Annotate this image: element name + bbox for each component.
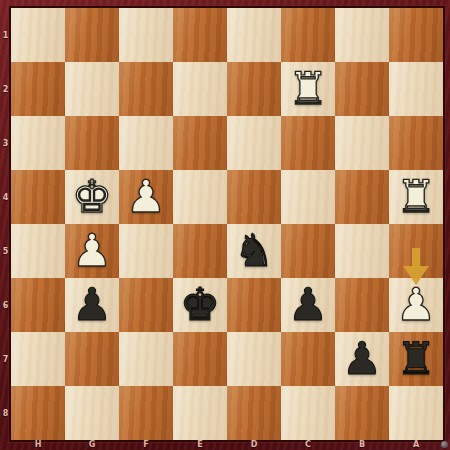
square-f1[interactable] xyxy=(119,8,173,62)
rank-label-6: 6 xyxy=(0,278,11,332)
black-pawn[interactable]: ♟ xyxy=(335,332,389,386)
square-f7[interactable] xyxy=(119,332,173,386)
rank-label-4: 4 xyxy=(0,170,11,224)
square-e6[interactable]: ♚ xyxy=(173,278,227,332)
square-g6[interactable]: ♟ xyxy=(65,278,119,332)
square-d7[interactable] xyxy=(227,332,281,386)
black-pawn[interactable]: ♟ xyxy=(65,278,119,332)
square-b6[interactable] xyxy=(335,278,389,332)
chess-board-frame: ♜♚♟♜♟♞♟♚♟♟♟♜ 12345678 HGFEDCBA xyxy=(0,0,450,450)
square-c4[interactable] xyxy=(281,170,335,224)
white-pawn[interactable]: ♟ xyxy=(389,278,443,332)
square-a4[interactable]: ♜ xyxy=(389,170,443,224)
chess-board: ♜♚♟♜♟♞♟♚♟♟♟♜ xyxy=(11,8,443,440)
square-a8[interactable] xyxy=(389,386,443,440)
square-f8[interactable] xyxy=(119,386,173,440)
file-label-h: H xyxy=(11,439,65,450)
square-h5[interactable] xyxy=(11,224,65,278)
square-g7[interactable] xyxy=(65,332,119,386)
square-b8[interactable] xyxy=(335,386,389,440)
white-pawn[interactable]: ♟ xyxy=(65,224,119,278)
square-b5[interactable] xyxy=(335,224,389,278)
square-g2[interactable] xyxy=(65,62,119,116)
square-b1[interactable] xyxy=(335,8,389,62)
square-e3[interactable] xyxy=(173,116,227,170)
file-label-d: D xyxy=(227,439,281,450)
file-label-c: C xyxy=(281,439,335,450)
black-knight[interactable]: ♞ xyxy=(227,224,281,278)
square-d5[interactable]: ♞ xyxy=(227,224,281,278)
square-d4[interactable] xyxy=(227,170,281,224)
square-d6[interactable] xyxy=(227,278,281,332)
rank-label-3: 3 xyxy=(0,116,11,170)
black-rook[interactable]: ♜ xyxy=(389,332,443,386)
file-label-a: A xyxy=(389,439,443,450)
file-label-b: B xyxy=(335,439,389,450)
square-a3[interactable] xyxy=(389,116,443,170)
square-c1[interactable] xyxy=(281,8,335,62)
square-a7[interactable]: ♜ xyxy=(389,332,443,386)
square-c8[interactable] xyxy=(281,386,335,440)
square-f2[interactable] xyxy=(119,62,173,116)
black-king[interactable]: ♚ xyxy=(173,278,227,332)
square-d8[interactable] xyxy=(227,386,281,440)
white-king[interactable]: ♚ xyxy=(65,170,119,224)
square-h3[interactable] xyxy=(11,116,65,170)
square-g1[interactable] xyxy=(65,8,119,62)
white-rook[interactable]: ♜ xyxy=(389,170,443,224)
square-c2[interactable]: ♜ xyxy=(281,62,335,116)
rank-label-1: 1 xyxy=(0,8,11,62)
square-a6[interactable]: ♟ xyxy=(389,278,443,332)
square-g3[interactable] xyxy=(65,116,119,170)
square-c3[interactable] xyxy=(281,116,335,170)
square-c5[interactable] xyxy=(281,224,335,278)
square-a5[interactable] xyxy=(389,224,443,278)
rank-label-8: 8 xyxy=(0,386,11,440)
square-h6[interactable] xyxy=(11,278,65,332)
square-e5[interactable] xyxy=(173,224,227,278)
black-pawn[interactable]: ♟ xyxy=(281,278,335,332)
square-d2[interactable] xyxy=(227,62,281,116)
corner-logo-dot xyxy=(441,441,448,448)
square-e1[interactable] xyxy=(173,8,227,62)
square-b3[interactable] xyxy=(335,116,389,170)
square-d3[interactable] xyxy=(227,116,281,170)
square-h7[interactable] xyxy=(11,332,65,386)
square-g5[interactable]: ♟ xyxy=(65,224,119,278)
square-b4[interactable] xyxy=(335,170,389,224)
square-g4[interactable]: ♚ xyxy=(65,170,119,224)
square-e4[interactable] xyxy=(173,170,227,224)
file-label-g: G xyxy=(65,439,119,450)
square-b7[interactable]: ♟ xyxy=(335,332,389,386)
file-label-f: F xyxy=(119,439,173,450)
square-h4[interactable] xyxy=(11,170,65,224)
square-d1[interactable] xyxy=(227,8,281,62)
square-a2[interactable] xyxy=(389,62,443,116)
rank-label-5: 5 xyxy=(0,224,11,278)
white-pawn[interactable]: ♟ xyxy=(119,170,173,224)
square-e2[interactable] xyxy=(173,62,227,116)
square-h1[interactable] xyxy=(11,8,65,62)
rank-label-7: 7 xyxy=(0,332,11,386)
square-e8[interactable] xyxy=(173,386,227,440)
square-c6[interactable]: ♟ xyxy=(281,278,335,332)
square-h8[interactable] xyxy=(11,386,65,440)
square-h2[interactable] xyxy=(11,62,65,116)
square-f6[interactable] xyxy=(119,278,173,332)
square-f5[interactable] xyxy=(119,224,173,278)
square-c7[interactable] xyxy=(281,332,335,386)
white-rook[interactable]: ♜ xyxy=(281,62,335,116)
square-e7[interactable] xyxy=(173,332,227,386)
square-f4[interactable]: ♟ xyxy=(119,170,173,224)
square-f3[interactable] xyxy=(119,116,173,170)
square-a1[interactable] xyxy=(389,8,443,62)
square-g8[interactable] xyxy=(65,386,119,440)
square-b2[interactable] xyxy=(335,62,389,116)
rank-label-2: 2 xyxy=(0,62,11,116)
file-label-e: E xyxy=(173,439,227,450)
